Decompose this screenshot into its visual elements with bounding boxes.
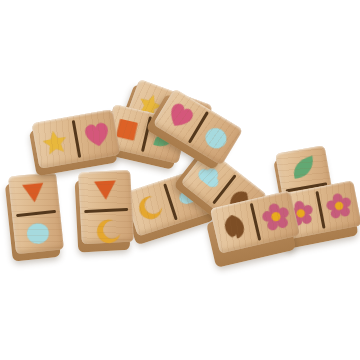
moon-icon <box>130 187 169 230</box>
tile-half <box>80 211 134 252</box>
leaf-green-icon <box>282 150 323 185</box>
tile-face <box>78 170 134 245</box>
flower-icon <box>257 196 294 238</box>
table-surface <box>0 0 360 360</box>
circle-icon <box>19 217 57 250</box>
heart-icon <box>79 115 114 155</box>
flower-icon <box>323 186 356 226</box>
leaf-brown-icon <box>216 206 253 248</box>
tile-half <box>12 212 64 254</box>
moon-icon <box>87 216 127 248</box>
tile-half <box>73 109 120 161</box>
triangle-icon <box>15 176 53 209</box>
tile-half <box>8 172 60 214</box>
domino-triangle-moon[interactable] <box>78 170 134 245</box>
domino-triangle-circle[interactable] <box>8 172 64 255</box>
triangle-icon <box>85 174 125 206</box>
tile-face <box>8 172 64 255</box>
domino-star-heart[interactable] <box>32 109 121 169</box>
star-icon <box>38 122 73 162</box>
tile-half <box>78 170 132 211</box>
